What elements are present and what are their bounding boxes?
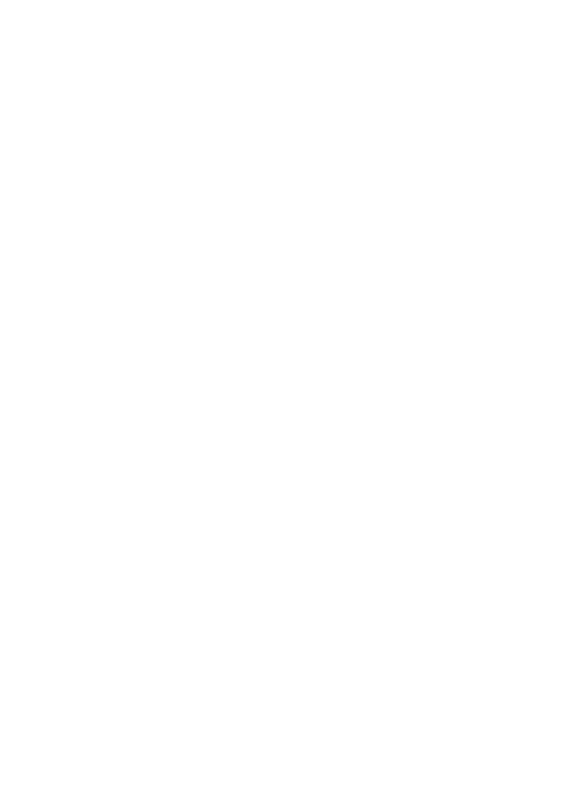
product-photo	[0, 0, 587, 800]
pegs-layer	[0, 0, 587, 800]
